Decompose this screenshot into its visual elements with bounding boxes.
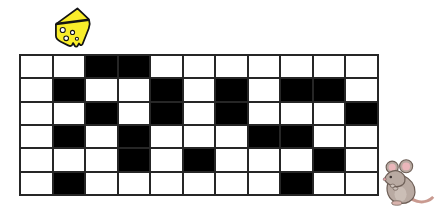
maze-cell-wall <box>54 126 85 147</box>
maze-cell-open <box>281 103 312 124</box>
maze-cell-wall <box>216 79 247 100</box>
maze-cell-open <box>184 56 215 77</box>
maze-cell-open <box>151 149 182 170</box>
maze-cell-open <box>119 103 150 124</box>
maze-cell-open <box>346 173 377 194</box>
maze-cell-open <box>54 103 85 124</box>
maze-cell-wall <box>119 126 150 147</box>
maze-cell-wall <box>119 149 150 170</box>
maze-cell-open <box>86 173 117 194</box>
maze-cell-open <box>21 56 52 77</box>
maze-cell-open <box>86 79 117 100</box>
maze-cell-open <box>119 79 150 100</box>
maze-cell-open <box>346 56 377 77</box>
maze-grid <box>19 54 379 196</box>
maze-cell-wall <box>151 103 182 124</box>
maze-cell-open <box>249 103 280 124</box>
maze-cell-open <box>249 79 280 100</box>
maze-cell-open <box>184 173 215 194</box>
maze-cell-open <box>249 173 280 194</box>
maze-cell-wall <box>281 173 312 194</box>
maze-cell-wall <box>86 103 117 124</box>
maze-cell-wall <box>86 56 117 77</box>
maze-cell-open <box>54 149 85 170</box>
maze-cell-open <box>314 126 345 147</box>
maze-cell-wall <box>184 149 215 170</box>
maze-cell-open <box>21 173 52 194</box>
maze-worksheet <box>0 0 435 217</box>
maze-cell-open <box>184 79 215 100</box>
maze-cell-open <box>346 79 377 100</box>
maze-cell-open <box>216 56 247 77</box>
maze-cell-open <box>151 126 182 147</box>
maze-cell-open <box>249 149 280 170</box>
maze-cell-open <box>151 56 182 77</box>
maze-cell-open <box>216 149 247 170</box>
maze-cell-open <box>346 149 377 170</box>
maze-cell-open <box>184 103 215 124</box>
maze-cell-open <box>314 56 345 77</box>
maze-cell-open <box>86 126 117 147</box>
maze-cell-open <box>281 149 312 170</box>
maze-cell-wall <box>346 103 377 124</box>
maze-cell-wall <box>151 79 182 100</box>
mouse-icon <box>381 158 435 208</box>
maze-cell-open <box>249 56 280 77</box>
maze-cell-wall <box>216 103 247 124</box>
maze-cell-wall <box>281 79 312 100</box>
maze-cell-wall <box>314 79 345 100</box>
maze-cell-open <box>54 56 85 77</box>
maze-cell-wall <box>281 126 312 147</box>
maze-cell-wall <box>119 56 150 77</box>
maze-cell-open <box>21 103 52 124</box>
maze-cell-open <box>21 149 52 170</box>
maze-cell-open <box>314 173 345 194</box>
maze-cell-open <box>314 103 345 124</box>
maze-cell-open <box>216 126 247 147</box>
maze-cell-open <box>21 79 52 100</box>
maze-cell-open <box>86 149 117 170</box>
maze-cell-open <box>151 173 182 194</box>
maze-cell-wall <box>54 173 85 194</box>
maze-cell-open <box>119 173 150 194</box>
maze-cell-open <box>216 173 247 194</box>
cheese-icon <box>52 6 95 50</box>
maze-cell-wall <box>314 149 345 170</box>
maze-cell-open <box>184 126 215 147</box>
maze-cell-wall <box>54 79 85 100</box>
maze-cell-open <box>281 56 312 77</box>
maze-cell-open <box>346 126 377 147</box>
maze-cell-open <box>21 126 52 147</box>
maze-cell-wall <box>249 126 280 147</box>
